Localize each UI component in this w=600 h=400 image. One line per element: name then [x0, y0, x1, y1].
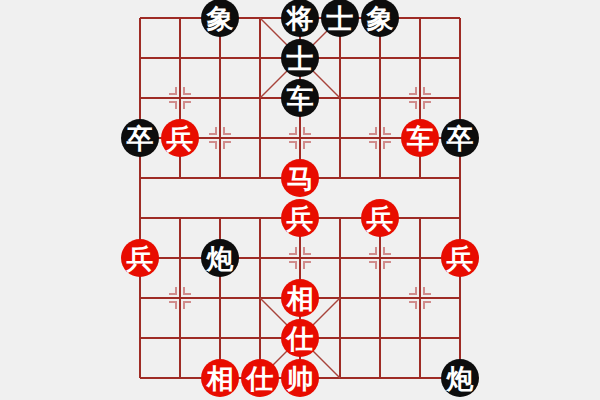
pieces-layer: 象将士象士车卒兵车卒马兵兵兵炮兵相仕相仕帅炮: [120, 0, 480, 398]
piece-red-advisor[interactable]: 仕: [241, 359, 279, 397]
piece-red-soldier[interactable]: 兵: [121, 239, 159, 277]
piece-red-elephant[interactable]: 相: [281, 279, 319, 317]
piece-red-soldier[interactable]: 兵: [361, 199, 399, 237]
piece-red-elephant[interactable]: 相: [201, 359, 239, 397]
piece-red-general[interactable]: 帅: [281, 359, 319, 397]
piece-black-elephant[interactable]: 象: [201, 0, 239, 37]
piece-black-elephant[interactable]: 象: [361, 0, 399, 37]
piece-black-chariot[interactable]: 车: [281, 79, 319, 117]
piece-red-advisor[interactable]: 仕: [281, 319, 319, 357]
piece-red-soldier[interactable]: 兵: [281, 199, 319, 237]
piece-black-soldier[interactable]: 卒: [121, 119, 159, 157]
piece-red-soldier[interactable]: 兵: [441, 239, 479, 277]
piece-black-soldier[interactable]: 卒: [441, 119, 479, 157]
xiangqi-board: 象将士象士车卒兵车卒马兵兵兵炮兵相仕相仕帅炮: [140, 18, 460, 378]
xiangqi-screenshot: 象将士象士车卒兵车卒马兵兵兵炮兵相仕相仕帅炮: [0, 0, 600, 400]
piece-red-soldier[interactable]: 兵: [161, 119, 199, 157]
piece-black-advisor[interactable]: 士: [321, 0, 359, 37]
piece-black-advisor[interactable]: 士: [281, 39, 319, 77]
piece-red-horse[interactable]: 马: [281, 159, 319, 197]
piece-red-chariot[interactable]: 车: [401, 119, 439, 157]
piece-black-general[interactable]: 将: [281, 0, 319, 37]
piece-black-cannon[interactable]: 炮: [201, 239, 239, 277]
piece-black-cannon[interactable]: 炮: [441, 359, 479, 397]
